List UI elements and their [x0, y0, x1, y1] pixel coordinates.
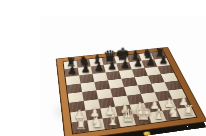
photo-background: ♜♞♝♛♚♝♞♜♟♟♟♟♟♟♟♟♟♟♟♟♟♟♟♟♜♞♝♛♚♝♞♜	[40, 16, 206, 136]
white-queen-d1[interactable]: ♛	[120, 108, 136, 126]
black-pawn-g7[interactable]: ♟	[146, 57, 155, 67]
square-a6[interactable]	[66, 75, 81, 85]
white-king-e1[interactable]: ♚	[135, 103, 153, 123]
board-grid: ♜♞♝♛♚♝♞♜♟♟♟♟♟♟♟♟♟♟♟♟♟♟♟♟♜♞♝♛♚♝♞♜	[63, 51, 198, 135]
white-bishop-f1[interactable]: ♝	[152, 107, 165, 121]
black-pawn-c7[interactable]: ♟	[94, 62, 103, 72]
black-pawn-a7[interactable]: ♟	[68, 65, 78, 76]
black-pawn-b7[interactable]: ♟	[81, 64, 90, 75]
black-pawn-d7[interactable]: ♟	[108, 61, 117, 71]
chess-board: ♜♞♝♛♚♝♞♜♟♟♟♟♟♟♟♟♟♟♟♟♟♟♟♟♜♞♝♛♚♝♞♜	[56, 47, 206, 136]
square-g7[interactable]: ♟	[142, 59, 158, 68]
square-c7[interactable]: ♟	[91, 65, 106, 74]
white-knight-b1[interactable]: ♞	[90, 115, 103, 130]
square-e7[interactable]: ♟	[117, 62, 132, 71]
white-knight-g1[interactable]: ♞	[167, 105, 180, 119]
white-bishop-c1[interactable]: ♝	[106, 113, 119, 128]
square-c5[interactable]	[94, 80, 110, 90]
black-pawn-h7[interactable]: ♟	[159, 55, 168, 65]
square-a1[interactable]: ♜	[72, 121, 89, 134]
square-c1[interactable]: ♝	[103, 117, 121, 130]
black-pawn-f7[interactable]: ♟	[134, 58, 143, 68]
square-b7[interactable]: ♟	[78, 66, 93, 75]
chess-set-photo: Wooden folding chess set photographed at…	[40, 16, 206, 136]
square-a7[interactable]: ♟	[65, 68, 80, 77]
brass-latch-icon	[143, 131, 151, 136]
square-f7[interactable]: ♟	[129, 61, 145, 70]
black-pawn-e7[interactable]: ♟	[121, 60, 130, 70]
board-frame: ♜♞♝♛♚♝♞♜♟♟♟♟♟♟♟♟♟♟♟♟♟♟♟♟♜♞♝♛♚♝♞♜	[56, 47, 206, 136]
square-h7[interactable]: ♟	[154, 58, 170, 67]
square-d1[interactable]: ♛	[118, 115, 136, 127]
white-rook-a1[interactable]: ♜	[75, 118, 87, 132]
white-rook-h1[interactable]: ♜	[183, 104, 195, 117]
square-d7[interactable]: ♟	[104, 64, 119, 73]
square-b1[interactable]: ♞	[87, 119, 105, 132]
square-a5[interactable]	[67, 84, 82, 94]
